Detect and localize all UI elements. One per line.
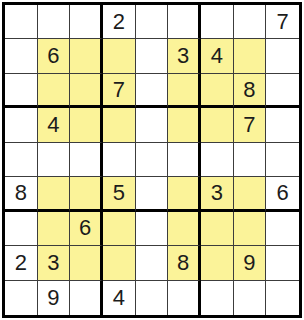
- cell-r8c5[interactable]: [136, 246, 169, 280]
- cell-r1c6[interactable]: [168, 5, 201, 39]
- cell-r7c6[interactable]: [168, 212, 201, 246]
- cell-r5c6[interactable]: [168, 143, 201, 177]
- cell-r8c3[interactable]: [70, 246, 103, 280]
- cell-r7c3[interactable]: 6: [70, 212, 103, 246]
- cell-r2c3[interactable]: [70, 39, 103, 73]
- cell-r8c8[interactable]: 9: [234, 246, 267, 280]
- cell-r3c3[interactable]: [70, 74, 103, 108]
- cell-r4c6[interactable]: [168, 108, 201, 142]
- cell-r6c1[interactable]: 8: [5, 177, 38, 211]
- cell-r6c8[interactable]: [234, 177, 267, 211]
- cell-r5c9[interactable]: [266, 143, 299, 177]
- cell-r1c8[interactable]: [234, 5, 267, 39]
- cell-r7c9[interactable]: [266, 212, 299, 246]
- cell-r4c3[interactable]: [70, 108, 103, 142]
- cell-r5c8[interactable]: [234, 143, 267, 177]
- cell-r6c9[interactable]: 6: [266, 177, 299, 211]
- cell-r3c2[interactable]: [38, 74, 71, 108]
- cell-r8c7[interactable]: [201, 246, 234, 280]
- cell-r5c2[interactable]: [38, 143, 71, 177]
- cell-r9c5[interactable]: [136, 281, 169, 315]
- cell-r2c5[interactable]: [136, 39, 169, 73]
- cell-r4c2[interactable]: 4: [38, 108, 71, 142]
- cell-r7c7[interactable]: [201, 212, 234, 246]
- cell-r2c6[interactable]: 3: [168, 39, 201, 73]
- cell-r5c7[interactable]: [201, 143, 234, 177]
- cell-r7c8[interactable]: [234, 212, 267, 246]
- cell-r3c5[interactable]: [136, 74, 169, 108]
- cell-r5c3[interactable]: [70, 143, 103, 177]
- cell-r2c8[interactable]: [234, 39, 267, 73]
- cell-r4c8[interactable]: 7: [234, 108, 267, 142]
- cell-r2c7[interactable]: 4: [201, 39, 234, 73]
- board-margin: 27634784785366238994: [0, 0, 300, 316]
- cell-r7c1[interactable]: [5, 212, 38, 246]
- cell-r1c3[interactable]: [70, 5, 103, 39]
- cell-r8c2[interactable]: 3: [38, 246, 71, 280]
- cell-r1c1[interactable]: [5, 5, 38, 39]
- cell-r9c3[interactable]: [70, 281, 103, 315]
- cell-r6c7[interactable]: 3: [201, 177, 234, 211]
- cell-r3c1[interactable]: [5, 74, 38, 108]
- cell-r4c1[interactable]: [5, 108, 38, 142]
- cell-r2c4[interactable]: [103, 39, 136, 73]
- cell-r8c4[interactable]: [103, 246, 136, 280]
- cell-r2c9[interactable]: [266, 39, 299, 73]
- cell-r3c4[interactable]: 7: [103, 74, 136, 108]
- cell-r6c4[interactable]: 5: [103, 177, 136, 211]
- cell-r9c7[interactable]: [201, 281, 234, 315]
- cell-r7c5[interactable]: [136, 212, 169, 246]
- cell-r6c6[interactable]: [168, 177, 201, 211]
- cell-r3c6[interactable]: [168, 74, 201, 108]
- cell-r5c5[interactable]: [136, 143, 169, 177]
- cell-r4c5[interactable]: [136, 108, 169, 142]
- cell-r8c1[interactable]: 2: [5, 246, 38, 280]
- cell-r1c5[interactable]: [136, 5, 169, 39]
- cell-r3c8[interactable]: 8: [234, 74, 267, 108]
- cell-r2c2[interactable]: 6: [38, 39, 71, 73]
- cell-r2c1[interactable]: [5, 39, 38, 73]
- cell-r8c6[interactable]: 8: [168, 246, 201, 280]
- cell-r6c5[interactable]: [136, 177, 169, 211]
- cell-r6c3[interactable]: [70, 177, 103, 211]
- cell-r9c2[interactable]: 9: [38, 281, 71, 315]
- cell-r9c8[interactable]: [234, 281, 267, 315]
- cell-r5c4[interactable]: [103, 143, 136, 177]
- cell-r8c9[interactable]: [266, 246, 299, 280]
- cell-r7c4[interactable]: [103, 212, 136, 246]
- cell-r5c1[interactable]: [5, 143, 38, 177]
- cell-r1c4[interactable]: 2: [103, 5, 136, 39]
- cell-r6c2[interactable]: [38, 177, 71, 211]
- cell-r4c7[interactable]: [201, 108, 234, 142]
- cell-r4c9[interactable]: [266, 108, 299, 142]
- cell-r3c9[interactable]: [266, 74, 299, 108]
- cell-r9c6[interactable]: [168, 281, 201, 315]
- cell-r1c9[interactable]: 7: [266, 5, 299, 39]
- cell-r1c2[interactable]: [38, 5, 71, 39]
- cell-r9c9[interactable]: [266, 281, 299, 315]
- cell-r9c1[interactable]: [5, 281, 38, 315]
- sudoku-board: 27634784785366238994: [2, 2, 302, 318]
- cell-r3c7[interactable]: [201, 74, 234, 108]
- cell-r9c4[interactable]: 4: [103, 281, 136, 315]
- cell-r4c4[interactable]: [103, 108, 136, 142]
- cell-r1c7[interactable]: [201, 5, 234, 39]
- cell-r7c2[interactable]: [38, 212, 71, 246]
